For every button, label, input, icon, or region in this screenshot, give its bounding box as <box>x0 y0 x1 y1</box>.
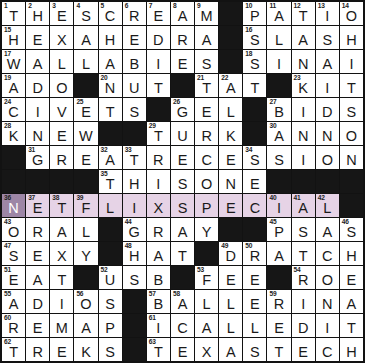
cell-number: 22 <box>221 75 228 82</box>
cell-r13c10[interactable]: L <box>219 290 242 313</box>
cell-letter: R <box>8 321 18 336</box>
cell-number: 36 <box>4 195 11 202</box>
cell-r4c8 <box>171 74 194 97</box>
cell-r4c2[interactable]: D <box>26 74 49 97</box>
cell-r9c3[interactable]: 38T <box>50 194 73 217</box>
cell-r1c6[interactable]: 6R <box>123 2 146 25</box>
cell-r9c13[interactable]: 41A <box>292 194 315 217</box>
cell-letter: H <box>346 345 356 360</box>
cell-number: 14 <box>342 3 349 10</box>
cell-r11c11[interactable]: 50R <box>243 242 266 265</box>
cell-r6c2[interactable]: N <box>26 122 49 145</box>
cell-r9c12[interactable]: 40I <box>267 194 290 217</box>
cell-r6c10[interactable]: K <box>219 122 242 145</box>
cell-r5c9[interactable]: E <box>195 98 218 121</box>
cell-r6c9[interactable]: R <box>195 122 218 145</box>
cell-r13c1[interactable]: 55A <box>2 290 25 313</box>
cell-letter: E <box>347 273 357 288</box>
cell-r2c5[interactable]: H <box>99 26 122 49</box>
cell-r13c5[interactable]: S <box>99 290 122 313</box>
cell-letter: H <box>105 33 115 48</box>
cell-r12c12 <box>267 266 290 289</box>
cell-r7c2[interactable]: 31G <box>26 146 49 169</box>
cell-r13c9[interactable]: L <box>195 290 218 313</box>
cell-letter: T <box>202 81 211 96</box>
cell-r3c4[interactable]: L <box>74 50 97 73</box>
cell-r1c14[interactable]: 13I <box>316 2 339 25</box>
cell-letter: A <box>81 33 91 48</box>
cell-r6c6 <box>123 122 146 145</box>
cell-r3c3[interactable]: L <box>50 50 73 73</box>
cell-r9c11[interactable]: C <box>243 194 266 217</box>
cell-r2c2[interactable]: E <box>26 26 49 49</box>
cell-letter: B <box>154 297 164 312</box>
cell-letter: D <box>226 249 236 264</box>
cell-letter: H <box>32 9 42 24</box>
cell-r11c12[interactable]: A <box>267 242 290 265</box>
cell-r5c11 <box>243 98 266 121</box>
cell-number: 32 <box>101 147 108 154</box>
cell-r4c14[interactable]: I <box>316 74 339 97</box>
cell-r6c8[interactable]: U <box>171 122 194 145</box>
cell-r6c3[interactable]: E <box>50 122 73 145</box>
cell-r12c8 <box>171 266 194 289</box>
cell-r3c11[interactable]: 18S <box>243 50 266 73</box>
cell-number: 48 <box>125 243 132 250</box>
cell-r14c10[interactable]: L <box>219 314 242 337</box>
cell-r15c10[interactable]: A <box>219 338 242 361</box>
cell-letter: O <box>346 9 357 24</box>
cell-r15c12[interactable]: T <box>267 338 290 361</box>
cell-r12c6[interactable]: S <box>123 266 146 289</box>
cell-r2c11[interactable]: 16S <box>243 26 266 49</box>
cell-r7c3[interactable]: R <box>50 146 73 169</box>
cell-letter: U <box>177 129 187 144</box>
cell-r9c10[interactable]: E <box>219 194 242 217</box>
cell-r3c5[interactable]: A <box>99 50 122 73</box>
cell-letter: U <box>129 81 139 96</box>
cell-r12c10[interactable]: E <box>219 266 242 289</box>
cell-r4c7[interactable]: T <box>147 74 170 97</box>
cell-r7c12[interactable]: S <box>267 146 290 169</box>
cell-r11c6[interactable]: 48H <box>123 242 146 265</box>
cell-r9c2[interactable]: 37E <box>26 194 49 217</box>
cell-letter: R <box>201 129 211 144</box>
cell-r13c8[interactable]: 58A <box>171 290 194 313</box>
cell-r1c8[interactable]: 8A <box>171 2 194 25</box>
cell-letter: O <box>322 153 333 168</box>
cell-r3c2[interactable]: A <box>26 50 49 73</box>
cell-r12c13[interactable]: 54R <box>292 266 315 289</box>
cell-r11c3[interactable]: X <box>50 242 73 265</box>
cell-letter: S <box>178 177 188 192</box>
cell-r2c13[interactable]: A <box>292 26 315 49</box>
cell-letter: O <box>201 177 212 192</box>
cell-r5c6[interactable]: S <box>123 98 146 121</box>
cell-r8c10[interactable]: N <box>219 170 242 193</box>
cell-r2c3[interactable]: X <box>50 26 73 49</box>
cell-r7c5[interactable]: 32A <box>99 146 122 169</box>
cell-r9c8[interactable]: S <box>171 194 194 217</box>
cell-r14c5[interactable]: P <box>99 314 122 337</box>
cell-r1c2[interactable]: 2H <box>26 2 49 25</box>
cell-r10c6[interactable]: 44G <box>123 218 146 241</box>
cell-r13c15[interactable]: A <box>340 290 363 313</box>
cell-letter: L <box>82 225 90 240</box>
cell-letter: E <box>129 33 139 48</box>
cell-r4c1[interactable]: 19A <box>2 74 25 97</box>
cell-r10c3[interactable]: A <box>50 218 73 241</box>
cell-r8c15 <box>340 170 363 193</box>
cell-r11c2[interactable]: E <box>26 242 49 265</box>
cell-r5c7 <box>147 98 170 121</box>
cell-number: 11 <box>269 3 276 10</box>
cell-letter: L <box>275 33 283 48</box>
cell-letter: R <box>32 345 42 360</box>
cell-r7c8[interactable]: E <box>171 146 194 169</box>
cell-r7c9[interactable]: C <box>195 146 218 169</box>
cell-r11c14[interactable]: C <box>316 242 339 265</box>
cell-letter: Y <box>81 249 91 264</box>
cell-r9c4[interactable]: 39F <box>74 194 97 217</box>
cell-r7c11[interactable]: 34S <box>243 146 266 169</box>
cell-r12c14[interactable]: O <box>316 266 339 289</box>
cell-r2c12[interactable]: L <box>267 26 290 49</box>
cell-letter: O <box>80 297 91 312</box>
cell-number: 45 <box>269 219 276 226</box>
cell-r6c14[interactable]: N <box>316 122 339 145</box>
cell-letter: A <box>178 297 188 312</box>
cell-r3c7[interactable]: I <box>147 50 170 73</box>
cell-r15c4[interactable]: K <box>74 338 97 361</box>
cell-r12c11[interactable]: E <box>243 266 266 289</box>
cell-number: 18 <box>245 51 252 58</box>
cell-r1c15[interactable]: 14O <box>340 2 363 25</box>
cell-r12c1[interactable]: 51E <box>2 266 25 289</box>
cell-r5c10[interactable]: L <box>219 98 242 121</box>
cell-r7c4[interactable]: E <box>74 146 97 169</box>
cell-r5c5[interactable]: T <box>99 98 122 121</box>
cell-r4c3[interactable]: O <box>50 74 73 97</box>
cell-r4c12 <box>267 74 290 97</box>
cell-letter: T <box>250 81 259 96</box>
cell-r10c12[interactable]: 45P <box>267 218 290 241</box>
cell-r9c5[interactable]: L <box>99 194 122 217</box>
cell-r15c13[interactable]: E <box>292 338 315 361</box>
cell-r15c9[interactable]: X <box>195 338 218 361</box>
cell-letter: I <box>132 201 136 216</box>
cell-r2c8[interactable]: R <box>171 26 194 49</box>
cell-r15c14[interactable]: C <box>316 338 339 361</box>
cell-letter: E <box>178 153 188 168</box>
cell-letter: S <box>347 105 357 120</box>
cell-r15c8[interactable]: E <box>171 338 194 361</box>
cell-r1c7[interactable]: 7E <box>147 2 170 25</box>
cell-r5c13[interactable]: I <box>292 98 315 121</box>
cell-r10c8[interactable]: A <box>171 218 194 241</box>
cell-r4c6[interactable]: U <box>123 74 146 97</box>
cell-r5c4[interactable]: 25E <box>74 98 97 121</box>
cell-r15c15[interactable]: H <box>340 338 363 361</box>
cell-number: 54 <box>294 267 301 274</box>
cell-r1c3[interactable]: 3E <box>50 2 73 25</box>
cell-letter: W <box>79 129 93 144</box>
cell-r15c11[interactable]: S <box>243 338 266 361</box>
cell-r6c12[interactable]: 30A <box>267 122 290 145</box>
cell-number: 62 <box>4 339 11 346</box>
cell-r8c6[interactable]: H <box>123 170 146 193</box>
cell-r5c12[interactable]: 27B <box>267 98 290 121</box>
cell-r8c5[interactable]: 35T <box>99 170 122 193</box>
cell-r11c10[interactable]: 49D <box>219 242 242 265</box>
cell-r12c7[interactable]: B <box>147 266 170 289</box>
cell-r4c13[interactable]: 23K <box>292 74 315 97</box>
cell-r14c2[interactable]: E <box>26 314 49 337</box>
cell-letter: M <box>56 321 68 336</box>
cell-r3c8[interactable]: E <box>171 50 194 73</box>
cell-r15c5[interactable]: S <box>99 338 122 361</box>
cell-number: 19 <box>4 75 11 82</box>
cell-r9c7[interactable]: X <box>147 194 170 217</box>
cell-letter: G <box>32 153 43 168</box>
cell-r8c11[interactable]: E <box>243 170 266 193</box>
cell-number: 30 <box>269 123 276 130</box>
cell-number: 24 <box>4 99 11 106</box>
cell-letter: M <box>201 9 213 24</box>
cell-r10c9[interactable]: Y <box>195 218 218 241</box>
cell-r10c1[interactable]: 43O <box>2 218 25 241</box>
cell-letter: S <box>250 153 260 168</box>
cell-letter: A <box>202 321 212 336</box>
cell-r4c15[interactable]: T <box>340 74 363 97</box>
cell-r3c15[interactable]: I <box>340 50 363 73</box>
cell-letter: N <box>322 129 332 144</box>
cell-r5c14[interactable]: D <box>316 98 339 121</box>
cell-r9c9[interactable]: P <box>195 194 218 217</box>
cell-r10c2[interactable]: R <box>26 218 49 241</box>
cell-r4c9[interactable]: 21T <box>195 74 218 97</box>
cell-letter: T <box>299 249 308 264</box>
cell-letter: S <box>178 201 188 216</box>
cell-r7c15[interactable]: N <box>340 146 363 169</box>
cell-r1c4[interactable]: 4S <box>74 2 97 25</box>
cell-r3c14[interactable]: A <box>316 50 339 73</box>
cell-r7c7[interactable]: R <box>147 146 170 169</box>
cell-r11c8[interactable]: T <box>171 242 194 265</box>
cell-letter: L <box>251 321 259 336</box>
cell-r14c8[interactable]: C <box>171 314 194 337</box>
cell-r6c1[interactable]: 28K <box>2 122 25 145</box>
cell-r2c15[interactable]: H <box>340 26 363 49</box>
cell-letter: C <box>250 201 260 216</box>
cell-letter: T <box>130 153 139 168</box>
cell-r13c3[interactable]: I <box>50 290 73 313</box>
cell-r8c9[interactable]: O <box>195 170 218 193</box>
cell-r4c10[interactable]: 22A <box>219 74 242 97</box>
cell-letter: D <box>32 81 42 96</box>
cell-letter: O <box>322 273 333 288</box>
cell-r14c14[interactable]: I <box>316 314 339 337</box>
cell-number: 15 <box>4 27 11 34</box>
cell-r2c4[interactable]: A <box>74 26 97 49</box>
cell-letter: E <box>9 273 19 288</box>
cell-r1c5[interactable]: 5C <box>99 2 122 25</box>
cell-letter: E <box>57 345 67 360</box>
cell-r7c10[interactable]: E <box>219 146 242 169</box>
cell-number: 33 <box>125 147 132 154</box>
cell-r12c15[interactable]: E <box>340 266 363 289</box>
cell-r9c6[interactable]: I <box>123 194 146 217</box>
cell-letter: S <box>129 105 139 120</box>
cell-r12c9[interactable]: 53F <box>195 266 218 289</box>
cell-number: 13 <box>318 3 325 10</box>
cell-r15c2[interactable]: R <box>26 338 49 361</box>
cell-r12c3[interactable]: T <box>50 266 73 289</box>
cell-r1c1[interactable]: 1T <box>2 2 25 25</box>
cell-r2c14[interactable]: S <box>316 26 339 49</box>
cell-r11c15[interactable]: H <box>340 242 363 265</box>
cell-letter: H <box>129 177 139 192</box>
cell-letter: E <box>33 201 43 216</box>
cell-letter: R <box>250 249 260 264</box>
cell-r1c13[interactable]: 12T <box>292 2 315 25</box>
cell-r11c5 <box>99 242 122 265</box>
cell-r8c8[interactable]: S <box>171 170 194 193</box>
cell-r5c15[interactable]: S <box>340 98 363 121</box>
cell-r6c7[interactable]: 29T <box>147 122 170 145</box>
cell-r1c11[interactable]: 10P <box>243 2 266 25</box>
cell-r7c14[interactable]: O <box>316 146 339 169</box>
cell-r13c11[interactable]: E <box>243 290 266 313</box>
cell-letter: A <box>178 9 188 24</box>
cell-r10c14[interactable]: A <box>316 218 339 241</box>
cell-r10c4[interactable]: L <box>74 218 97 241</box>
cell-letter: X <box>154 201 164 216</box>
cell-letter: E <box>226 201 236 216</box>
cell-r1c10 <box>219 2 242 25</box>
cell-r10c13[interactable]: S <box>292 218 315 241</box>
cell-r12c2[interactable]: A <box>26 266 49 289</box>
cell-r6c13[interactable]: N <box>292 122 315 145</box>
cell-r14c4[interactable]: A <box>74 314 97 337</box>
cell-r8c3 <box>50 170 73 193</box>
cell-letter: A <box>9 81 19 96</box>
cell-r2c9[interactable]: A <box>195 26 218 49</box>
cell-r6c4[interactable]: W <box>74 122 97 145</box>
cell-r8c7[interactable]: I <box>147 170 170 193</box>
cell-r12c5[interactable]: 52U <box>99 266 122 289</box>
cell-r3c12[interactable]: I <box>267 50 290 73</box>
cell-r1c9[interactable]: 9M <box>195 2 218 25</box>
cell-r14c12[interactable]: E <box>267 314 290 337</box>
cell-r14c3[interactable]: M <box>50 314 73 337</box>
cell-r14c9[interactable]: A <box>195 314 218 337</box>
cell-letter: T <box>9 345 18 360</box>
cell-r13c7[interactable]: 57B <box>147 290 170 313</box>
cell-letter: A <box>81 321 91 336</box>
cell-letter: A <box>226 81 236 96</box>
cell-letter: A <box>226 345 236 360</box>
cell-letter: S <box>322 33 332 48</box>
cell-r2c7[interactable]: D <box>147 26 170 49</box>
cell-r8c4 <box>74 170 97 193</box>
cell-letter: A <box>298 33 308 48</box>
cell-letter: N <box>298 129 308 144</box>
cell-letter: T <box>9 9 18 24</box>
cell-r10c11 <box>243 218 266 241</box>
cell-r11c13[interactable]: T <box>292 242 315 265</box>
cell-r9c1[interactable]: 36N <box>2 194 25 217</box>
cell-r11c9 <box>195 242 218 265</box>
cell-r7c6[interactable]: 33T <box>123 146 146 169</box>
cell-letter: E <box>226 273 236 288</box>
cell-letter: S <box>9 249 19 264</box>
cell-r3c9[interactable]: S <box>195 50 218 73</box>
cell-r5c1[interactable]: 24C <box>2 98 25 121</box>
cell-r4c5[interactable]: 20N <box>99 74 122 97</box>
cell-r6c15[interactable]: O <box>340 122 363 145</box>
cell-r5c2[interactable]: I <box>26 98 49 121</box>
cell-r9c14[interactable]: 42L <box>316 194 339 217</box>
cell-r13c14[interactable]: N <box>316 290 339 313</box>
cell-r4c11[interactable]: T <box>243 74 266 97</box>
cell-r13c4[interactable]: 56O <box>74 290 97 313</box>
cell-r14c13[interactable]: D <box>292 314 315 337</box>
cell-letter: L <box>58 57 66 72</box>
cell-r11c7[interactable]: A <box>147 242 170 265</box>
cell-r7c13[interactable]: I <box>292 146 315 169</box>
cell-letter: R <box>129 9 139 24</box>
cell-r15c1[interactable]: 62T <box>2 338 25 361</box>
cell-r15c7[interactable]: 63T <box>147 338 170 361</box>
cell-letter: S <box>250 345 260 360</box>
cell-letter: U <box>105 273 115 288</box>
cell-letter: L <box>227 105 235 120</box>
cell-r14c7[interactable]: 61I <box>147 314 170 337</box>
cell-r15c3[interactable]: E <box>50 338 73 361</box>
cell-letter: A <box>322 57 332 72</box>
cell-r5c3[interactable]: V <box>50 98 73 121</box>
cell-r10c7[interactable]: R <box>147 218 170 241</box>
cell-r14c11[interactable]: L <box>243 314 266 337</box>
cell-number: 40 <box>269 195 276 202</box>
cell-r5c8[interactable]: 26G <box>171 98 194 121</box>
cell-letter: E <box>226 153 236 168</box>
cell-number: 12 <box>294 3 301 10</box>
cell-r11c4[interactable]: Y <box>74 242 97 265</box>
cell-letter: S <box>105 297 115 312</box>
cell-r1c12[interactable]: 11A <box>267 2 290 25</box>
cell-letter: A <box>33 57 43 72</box>
cell-r2c6[interactable]: E <box>123 26 146 49</box>
cell-letter: N <box>226 177 236 192</box>
cell-letter: N <box>298 57 308 72</box>
cell-r13c2[interactable]: D <box>26 290 49 313</box>
cell-r11c1[interactable]: 47S <box>2 242 25 265</box>
cell-r13c13[interactable]: I <box>292 290 315 313</box>
cell-letter: I <box>325 9 329 24</box>
cell-r3c13[interactable]: N <box>292 50 315 73</box>
cell-r2c1[interactable]: 15H <box>2 26 25 49</box>
cell-r3c1[interactable]: 17W <box>2 50 25 73</box>
cell-r3c10 <box>219 50 242 73</box>
cell-r14c15[interactable]: T <box>340 314 363 337</box>
cell-r13c12[interactable]: 59R <box>267 290 290 313</box>
cell-r8c2 <box>26 170 49 193</box>
cell-r10c15[interactable]: 46S <box>340 218 363 241</box>
cell-r14c1[interactable]: 60R <box>2 314 25 337</box>
cell-r3c6[interactable]: B <box>123 50 146 73</box>
